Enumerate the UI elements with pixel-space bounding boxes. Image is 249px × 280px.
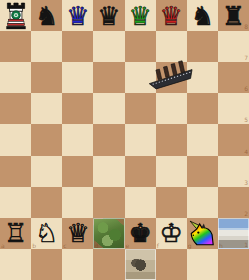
- square-f-row3[interactable]: [156, 62, 187, 93]
- square-d-row9[interactable]: [93, 249, 124, 280]
- square-g-row6[interactable]: [187, 156, 218, 187]
- square-a-row6[interactable]: [0, 156, 31, 187]
- square-e-row8[interactable]: ♚e: [125, 218, 156, 249]
- square-e-row4[interactable]: [125, 93, 156, 124]
- square-h-row4[interactable]: 5: [218, 93, 249, 124]
- square-b-row9[interactable]: [31, 249, 62, 280]
- square-b-row1[interactable]: ♞: [31, 0, 62, 31]
- square-f-row9[interactable]: [156, 249, 187, 280]
- square-d-row5[interactable]: [93, 124, 124, 155]
- vintage-tank-photo[interactable]: [125, 249, 156, 280]
- square-g-row7[interactable]: [187, 187, 218, 218]
- square-b-row3[interactable]: [31, 62, 62, 93]
- square-a-row5[interactable]: [0, 124, 31, 155]
- square-e-row1[interactable]: ♛: [125, 0, 156, 31]
- square-f-row7[interactable]: [156, 187, 187, 218]
- building-photo[interactable]: [218, 218, 249, 249]
- square-g-row5[interactable]: [187, 124, 218, 155]
- square-h-row2[interactable]: 7: [218, 31, 249, 62]
- square-b-row4[interactable]: [31, 93, 62, 124]
- rainbow-unicorn[interactable]: [189, 220, 216, 247]
- square-c-row1[interactable]: ♛: [62, 0, 93, 31]
- blue-queen[interactable]: ♛: [66, 3, 89, 29]
- square-c-row9[interactable]: [62, 249, 93, 280]
- square-c-row5[interactable]: [62, 124, 93, 155]
- square-b-row7[interactable]: [31, 187, 62, 218]
- square-d-row2[interactable]: [93, 31, 124, 62]
- rank-label: 6: [244, 85, 248, 92]
- square-f-row2[interactable]: [156, 31, 187, 62]
- square-a-row3[interactable]: [0, 62, 31, 93]
- square-f-row4[interactable]: [156, 93, 187, 124]
- square-d-row6[interactable]: [93, 156, 124, 187]
- square-b-row2[interactable]: [31, 31, 62, 62]
- square-h-row9[interactable]: [218, 249, 249, 280]
- black-knight[interactable]: ♞: [191, 3, 214, 29]
- square-c-row7[interactable]: [62, 187, 93, 218]
- square-b-row6[interactable]: [31, 156, 62, 187]
- square-g-row1[interactable]: ♞: [187, 0, 218, 31]
- square-h-row3[interactable]: 6: [218, 62, 249, 93]
- square-a-row1[interactable]: [0, 0, 31, 31]
- black-queen[interactable]: ♛: [97, 3, 120, 29]
- square-d-row3[interactable]: [93, 62, 124, 93]
- square-c-row6[interactable]: [62, 156, 93, 187]
- square-g-row9[interactable]: [187, 249, 218, 280]
- square-c-row2[interactable]: [62, 31, 93, 62]
- chess-board: ♞♛♛♛♛♞♜8765432♖a♘b♕cd♚e♔fg1h: [0, 0, 249, 280]
- square-e-row2[interactable]: [125, 31, 156, 62]
- square-a-row2[interactable]: [0, 31, 31, 62]
- white-knight[interactable]: ♘: [35, 220, 58, 246]
- square-h-row8[interactable]: 1h: [218, 218, 249, 249]
- square-g-row2[interactable]: [187, 31, 218, 62]
- chess-app-window: ♞♛♛♛♛♞♜8765432♖a♘b♕cd♚e♔fg1h: [0, 0, 249, 280]
- square-c-row4[interactable]: [62, 93, 93, 124]
- square-f-row6[interactable]: [156, 156, 187, 187]
- square-g-row8[interactable]: g: [187, 218, 218, 249]
- square-h-row5[interactable]: 4: [218, 124, 249, 155]
- black-king[interactable]: ♚: [128, 220, 151, 246]
- black-knight[interactable]: ♞: [35, 3, 58, 29]
- square-b-row8[interactable]: ♘b: [31, 218, 62, 249]
- square-g-row4[interactable]: [187, 93, 218, 124]
- square-f-row5[interactable]: [156, 124, 187, 155]
- rank-label: 3: [244, 179, 248, 186]
- iguana-foliage-photo[interactable]: [93, 218, 124, 249]
- file-label: f: [157, 242, 159, 249]
- square-e-row9[interactable]: [125, 249, 156, 280]
- black-rook[interactable]: ♜: [222, 3, 245, 29]
- square-e-row6[interactable]: [125, 156, 156, 187]
- square-d-row8[interactable]: d: [93, 218, 124, 249]
- square-a-row9[interactable]: [0, 249, 31, 280]
- square-f-row1[interactable]: ♛: [156, 0, 187, 31]
- square-a-row7[interactable]: [0, 187, 31, 218]
- square-d-row7[interactable]: [93, 187, 124, 218]
- red-queen[interactable]: ♛: [160, 3, 183, 29]
- square-f-row8[interactable]: ♔f: [156, 218, 187, 249]
- rank-label: 5: [244, 116, 248, 123]
- rank-label: 2: [244, 210, 248, 217]
- starbucks-rook[interactable]: [4, 2, 28, 30]
- square-h-row6[interactable]: 3: [218, 156, 249, 187]
- white-queen[interactable]: ♕: [66, 220, 89, 246]
- square-h-row1[interactable]: ♜8: [218, 0, 249, 31]
- green-queen[interactable]: ♛: [128, 3, 151, 29]
- square-d-row1[interactable]: ♛: [93, 0, 124, 31]
- square-c-row8[interactable]: ♕c: [62, 218, 93, 249]
- square-e-row7[interactable]: [125, 187, 156, 218]
- square-d-row4[interactable]: [93, 93, 124, 124]
- square-a-row4[interactable]: [0, 93, 31, 124]
- white-king-with-star[interactable]: ♔: [160, 220, 183, 246]
- square-a-row8[interactable]: ♖a: [0, 218, 31, 249]
- square-e-row5[interactable]: [125, 124, 156, 155]
- white-rook[interactable]: ♖: [4, 220, 27, 246]
- square-h-row7[interactable]: 2: [218, 187, 249, 218]
- square-c-row3[interactable]: [62, 62, 93, 93]
- rank-label: 7: [244, 54, 248, 61]
- rank-label: 4: [244, 148, 248, 155]
- square-b-row5[interactable]: [31, 124, 62, 155]
